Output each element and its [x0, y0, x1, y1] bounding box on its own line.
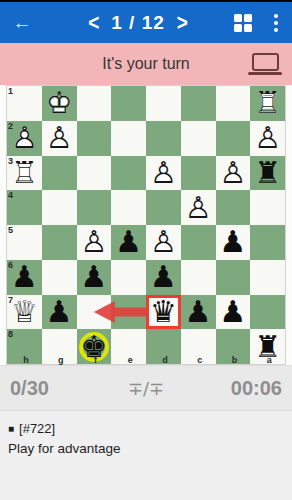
file-label: d [162, 355, 168, 365]
rank-label: 2 [8, 121, 13, 131]
file-label: f [94, 355, 97, 365]
square-f7[interactable] [77, 295, 112, 330]
side-to-move-icon: ■ [8, 424, 14, 434]
square-d5[interactable]: ♟♙ [146, 225, 181, 260]
square-c4[interactable]: ♟♙ [181, 190, 216, 225]
square-c6[interactable] [181, 260, 216, 295]
piece-white-pawn[interactable]: ♙ [250, 121, 285, 156]
piece-black-rook[interactable]: ♜ [250, 156, 285, 191]
square-h5[interactable]: 5 [7, 225, 42, 260]
square-f4[interactable] [77, 190, 112, 225]
square-c7[interactable]: ♟ [181, 295, 216, 330]
square-a7[interactable] [250, 295, 285, 330]
overflow-menu-icon[interactable] [272, 12, 280, 34]
square-f8[interactable]: f♚ [77, 329, 112, 364]
square-d4[interactable] [146, 190, 181, 225]
square-b7[interactable]: ♟ [216, 295, 251, 330]
square-e7[interactable] [111, 295, 146, 330]
square-a3[interactable]: ♜ [250, 156, 285, 191]
previous-puzzle-icon[interactable]: < [88, 10, 99, 35]
square-e3[interactable] [111, 156, 146, 191]
back-icon[interactable]: ← [0, 12, 44, 34]
next-puzzle-icon[interactable]: > [177, 10, 188, 35]
square-g1[interactable]: ♚♔ [42, 86, 77, 121]
board-area: 1♚♔♜♖2♟♙♟♙♟♙3♜♖♟♙♟♙♜4♟♙5♟♙♟♟♙♟6♟♟♟7♛♕♟♛♟… [0, 85, 292, 365]
computer-icon[interactable] [248, 53, 282, 75]
rank-label: 1 [8, 86, 13, 96]
file-label: a [267, 355, 272, 365]
square-c3[interactable] [181, 156, 216, 191]
square-b6[interactable] [216, 260, 251, 295]
rank-label: 8 [8, 329, 13, 339]
square-d3[interactable]: ♟♙ [146, 156, 181, 191]
task-description: Play for advantage [8, 441, 284, 456]
square-a1[interactable]: ♜♖ [250, 86, 285, 121]
square-d7[interactable]: ♛ [146, 295, 181, 330]
piece-white-pawn[interactable]: ♙ [146, 156, 181, 191]
rank-label: 7 [8, 295, 13, 305]
square-g5[interactable] [42, 225, 77, 260]
square-g8[interactable]: g [42, 329, 77, 364]
file-label: b [232, 355, 238, 365]
chess-board: 1♚♔♜♖2♟♙♟♙♟♙3♜♖♟♙♟♙♜4♟♙5♟♙♟♟♙♟6♟♟♟7♛♕♟♛♟… [7, 86, 285, 364]
square-g4[interactable] [42, 190, 77, 225]
square-d8[interactable]: d [146, 329, 181, 364]
piece-white-rook[interactable]: ♖ [250, 86, 285, 121]
square-b4[interactable] [216, 190, 251, 225]
square-e1[interactable] [111, 86, 146, 121]
app-bar: ← < 1 / 12 > [0, 2, 292, 43]
square-h7[interactable]: 7♛♕ [7, 295, 42, 330]
rank-label: 6 [8, 260, 13, 270]
square-b1[interactable] [216, 86, 251, 121]
square-a2[interactable]: ♟♙ [250, 121, 285, 156]
evaluation-goal: ∓/∓ [128, 378, 164, 399]
square-f6[interactable]: ♟ [77, 260, 112, 295]
piece-black-pawn[interactable]: ♟ [111, 225, 146, 260]
rank-label: 5 [8, 225, 13, 235]
square-c1[interactable] [181, 86, 216, 121]
piece-black-pawn[interactable]: ♟ [146, 260, 181, 295]
square-d2[interactable] [146, 121, 181, 156]
score-counter: 0/30 [10, 377, 49, 400]
turn-text: It's your turn [102, 55, 190, 73]
square-h6[interactable]: 6♟ [7, 260, 42, 295]
file-label: c [197, 355, 202, 365]
app-screen: ← < 1 / 12 > It's your turn 1♚♔♜♖2♟♙♟♙♟♙… [0, 0, 292, 500]
square-g6[interactable] [42, 260, 77, 295]
square-b8[interactable]: b [216, 329, 251, 364]
turn-banner: It's your turn [0, 43, 292, 85]
square-e8[interactable]: e [111, 329, 146, 364]
piece-black-pawn[interactable]: ♟ [216, 225, 251, 260]
square-h3[interactable]: 3♜♖ [7, 156, 42, 191]
rank-label: 4 [8, 190, 13, 200]
file-label: g [58, 355, 64, 365]
square-f5[interactable]: ♟♙ [77, 225, 112, 260]
rank-label: 3 [8, 156, 13, 166]
square-c5[interactable] [181, 225, 216, 260]
file-label: e [128, 355, 133, 365]
piece-white-pawn[interactable]: ♙ [181, 190, 216, 225]
puzzle-list-grid-icon[interactable] [234, 14, 252, 32]
square-f2[interactable] [77, 121, 112, 156]
piece-black-queen[interactable]: ♛ [146, 295, 181, 330]
square-b3[interactable]: ♟♙ [216, 156, 251, 191]
square-a4[interactable] [250, 190, 285, 225]
puzzle-counter: 1 / 12 [111, 12, 165, 34]
square-h4[interactable]: 4 [7, 190, 42, 225]
square-f3[interactable] [77, 156, 112, 191]
piece-black-pawn[interactable]: ♟ [77, 260, 112, 295]
square-e5[interactable]: ♟ [111, 225, 146, 260]
timer: 00:06 [231, 377, 282, 400]
info-panel: ■ [#722] Play for advantage [0, 410, 292, 499]
square-g3[interactable] [42, 156, 77, 191]
puzzle-id: [#722] [19, 421, 55, 436]
square-h2[interactable]: 2♟♙ [7, 121, 42, 156]
square-h8[interactable]: 8h [7, 329, 42, 364]
piece-black-pawn[interactable]: ♟ [42, 295, 77, 330]
square-h1[interactable]: 1 [7, 86, 42, 121]
piece-white-pawn[interactable]: ♙ [216, 156, 251, 191]
square-g2[interactable]: ♟♙ [42, 121, 77, 156]
stats-bar: 0/30 ∓/∓ 00:06 [0, 365, 292, 410]
square-b5[interactable]: ♟ [216, 225, 251, 260]
piece-black-pawn[interactable]: ♟ [216, 295, 251, 330]
square-a5[interactable] [250, 225, 285, 260]
square-g7[interactable]: ♟ [42, 295, 77, 330]
file-label: h [23, 355, 29, 365]
piece-white-king[interactable]: ♔ [42, 86, 77, 121]
square-d6[interactable]: ♟ [146, 260, 181, 295]
square-b2[interactable] [216, 121, 251, 156]
piece-white-pawn[interactable]: ♙ [42, 121, 77, 156]
square-e2[interactable] [111, 121, 146, 156]
piece-white-pawn[interactable]: ♙ [77, 225, 112, 260]
piece-white-pawn[interactable]: ♙ [146, 225, 181, 260]
piece-black-pawn[interactable]: ♟ [181, 295, 216, 330]
square-a8[interactable]: a♜ [250, 329, 285, 364]
square-d1[interactable] [146, 86, 181, 121]
square-a6[interactable] [250, 260, 285, 295]
square-c2[interactable] [181, 121, 216, 156]
square-e6[interactable] [111, 260, 146, 295]
square-f1[interactable] [77, 86, 112, 121]
square-c8[interactable]: c [181, 329, 216, 364]
square-e4[interactable] [111, 190, 146, 225]
